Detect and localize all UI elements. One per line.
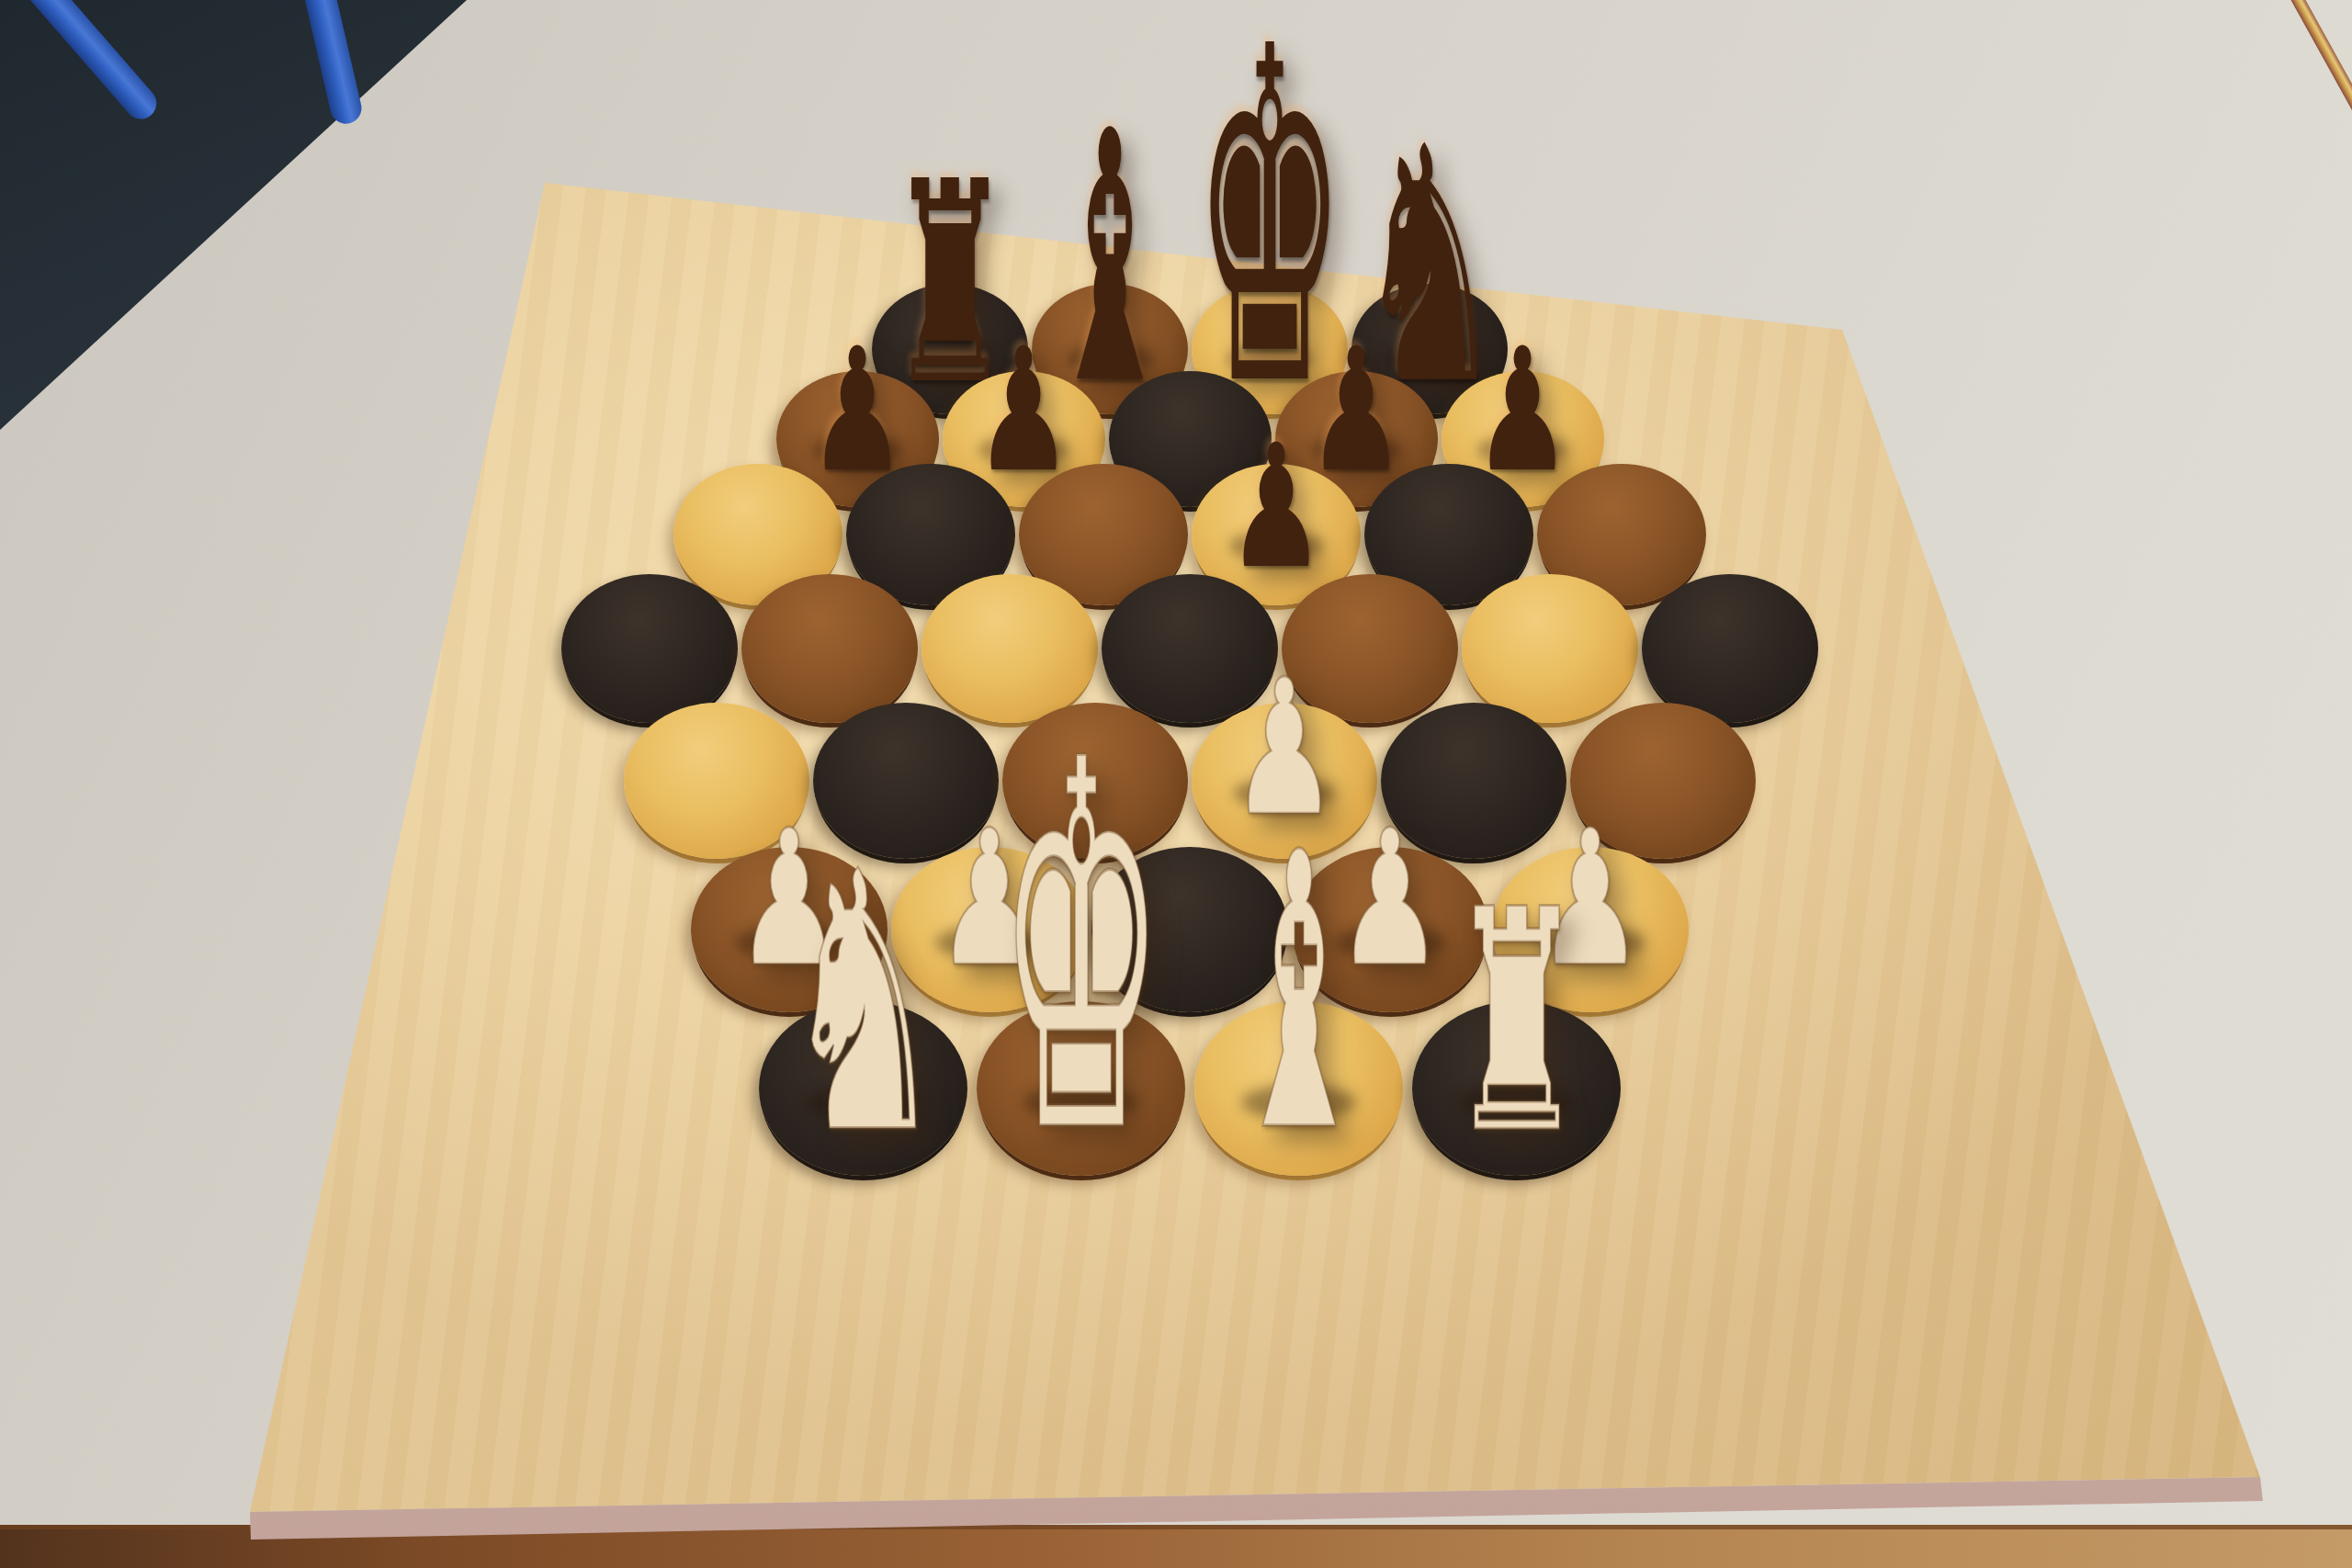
white-knight-glyph: ♞	[782, 862, 944, 1147]
white-rook-glyph: ♜	[1449, 900, 1584, 1145]
white-rook-icon[interactable]: ♜	[1408, 951, 1625, 1145]
black-pawn-glyph: ♟	[1474, 342, 1571, 478]
hex-cell-r4-c7-D[interactable]	[1642, 574, 1818, 722]
hex-cell-r4-c6-L[interactable]	[1462, 574, 1638, 722]
scene: ♜♝♚♞♟♟♟♟♟♟♟♟♟♟♞♚♝♜	[0, 0, 2352, 1568]
wooden-rod-icon	[2289, 0, 2352, 129]
black-pawn-icon[interactable]: ♟	[1210, 457, 1341, 575]
white-king-glyph: ♚	[998, 748, 1165, 1154]
black-pawn-glyph: ♟	[1227, 438, 1325, 574]
black-pawn-glyph: ♟	[975, 342, 1072, 478]
hex-cell-r4-c1-D[interactable]	[561, 574, 738, 722]
white-bishop-icon[interactable]: ♝	[1179, 932, 1419, 1146]
black-pawn-icon[interactable]: ♟	[791, 361, 922, 479]
black-pawn-icon[interactable]: ♟	[957, 361, 1089, 479]
hex-cell-r4-c2-M[interactable]	[741, 574, 918, 722]
white-bishop-glyph: ♝	[1229, 842, 1369, 1146]
black-pawn-icon[interactable]: ♟	[1456, 361, 1588, 479]
black-pawn-glyph: ♟	[808, 342, 906, 478]
